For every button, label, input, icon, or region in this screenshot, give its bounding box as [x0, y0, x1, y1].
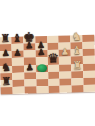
square-e1[interactable] — [48, 86, 60, 93]
piece-black-rook-a8[interactable]: ♜ — [0, 33, 10, 44]
square-b1[interactable] — [12, 86, 24, 93]
piece-white-pawn-f6[interactable]: ♟ — [61, 48, 69, 57]
piece-black-pawn-d6[interactable]: ♟ — [37, 48, 45, 57]
square-g1[interactable] — [72, 85, 84, 92]
piece-black-knight-a4[interactable]: ♞ — [1, 62, 11, 73]
piece-black-rook-a2[interactable]: ♜ — [1, 76, 11, 87]
square-d1[interactable] — [36, 86, 48, 93]
square-a1[interactable] — [1, 87, 13, 94]
piece-black-bishop-b8[interactable]: ♝ — [12, 33, 22, 44]
piece-white-knight-g8[interactable]: ♞ — [71, 31, 81, 42]
piece-white-bishop-g6[interactable]: ♝ — [72, 45, 82, 56]
piece-white-rook-g4[interactable]: ♜ — [72, 60, 82, 71]
piece-black-queen-e5[interactable]: ♛ — [47, 51, 59, 64]
piece-black-pawn-a6[interactable]: ♟ — [1, 49, 9, 58]
square-f1[interactable] — [60, 85, 72, 92]
chess-board: ♜♝♚♞♟♟♟♟♟♟♝♛♞♟♜♜ — [0, 35, 95, 94]
square-c1[interactable] — [24, 86, 36, 93]
chess-set-photo[interactable]: ♜♝♚♞♟♟♟♟♟♟♝♛♞♟♜♜ — [0, 0, 95, 126]
piece-black-pawn-c7[interactable]: ♟ — [25, 42, 33, 51]
piece-black-pawn-c4[interactable]: ♟ — [26, 63, 34, 72]
piece-black-pawn-b6[interactable]: ♟ — [13, 49, 21, 58]
square-h1[interactable] — [84, 85, 95, 92]
